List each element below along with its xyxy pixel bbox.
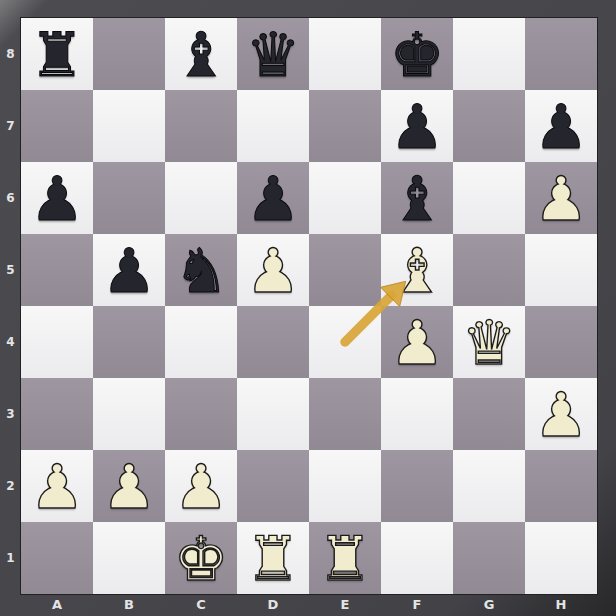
rank-label-2: 2: [0, 450, 21, 522]
black-pawn[interactable]: ♟: [237, 162, 309, 234]
square-f1[interactable]: [381, 522, 453, 594]
square-d1[interactable]: ♜: [237, 522, 309, 594]
rank-label-5: 5: [0, 234, 21, 306]
rank-label-3: 3: [0, 378, 21, 450]
rank-label-7: 7: [0, 90, 21, 162]
square-b6[interactable]: [93, 162, 165, 234]
white-pawn[interactable]: ♟: [525, 162, 597, 234]
square-f7[interactable]: ♟: [381, 90, 453, 162]
square-a7[interactable]: [21, 90, 93, 162]
square-e4[interactable]: [309, 306, 381, 378]
square-f8[interactable]: ♚: [381, 18, 453, 90]
square-b4[interactable]: [93, 306, 165, 378]
file-label-e: E: [309, 595, 381, 616]
square-b2[interactable]: ♟: [93, 450, 165, 522]
square-g5[interactable]: [453, 234, 525, 306]
square-e7[interactable]: [309, 90, 381, 162]
black-pawn[interactable]: ♟: [381, 90, 453, 162]
square-e8[interactable]: [309, 18, 381, 90]
square-d8[interactable]: ♛: [237, 18, 309, 90]
square-h2[interactable]: [525, 450, 597, 522]
white-pawn[interactable]: ♟: [165, 450, 237, 522]
square-a3[interactable]: [21, 378, 93, 450]
square-a8[interactable]: ♜: [21, 18, 93, 90]
square-a1[interactable]: [21, 522, 93, 594]
square-c5[interactable]: ♞: [165, 234, 237, 306]
white-pawn[interactable]: ♟: [237, 234, 309, 306]
square-h3[interactable]: ♟: [525, 378, 597, 450]
file-label-b: B: [93, 595, 165, 616]
square-g4[interactable]: ♛: [453, 306, 525, 378]
square-c2[interactable]: ♟: [165, 450, 237, 522]
file-label-a: A: [21, 595, 93, 616]
file-label-g: G: [453, 595, 525, 616]
square-d4[interactable]: [237, 306, 309, 378]
square-c4[interactable]: [165, 306, 237, 378]
rank-label-4: 4: [0, 306, 21, 378]
square-b3[interactable]: [93, 378, 165, 450]
square-b7[interactable]: [93, 90, 165, 162]
rank-label-6: 6: [0, 162, 21, 234]
square-h4[interactable]: [525, 306, 597, 378]
square-e5[interactable]: [309, 234, 381, 306]
square-f6[interactable]: ♝: [381, 162, 453, 234]
square-a2[interactable]: ♟: [21, 450, 93, 522]
file-label-c: C: [165, 595, 237, 616]
black-pawn[interactable]: ♟: [525, 90, 597, 162]
square-c6[interactable]: [165, 162, 237, 234]
white-king[interactable]: ♚: [165, 522, 237, 594]
square-a5[interactable]: [21, 234, 93, 306]
square-c1[interactable]: ♚: [165, 522, 237, 594]
square-e2[interactable]: [309, 450, 381, 522]
square-d2[interactable]: [237, 450, 309, 522]
white-rook[interactable]: ♜: [309, 522, 381, 594]
square-b1[interactable]: [93, 522, 165, 594]
rank-label-1: 1: [0, 522, 21, 594]
white-pawn[interactable]: ♟: [93, 450, 165, 522]
white-queen[interactable]: ♛: [453, 306, 525, 378]
black-king[interactable]: ♚: [381, 18, 453, 90]
black-pawn[interactable]: ♟: [21, 162, 93, 234]
square-g3[interactable]: [453, 378, 525, 450]
white-bishop[interactable]: ♝: [381, 234, 453, 306]
square-e3[interactable]: [309, 378, 381, 450]
square-g1[interactable]: [453, 522, 525, 594]
black-bishop[interactable]: ♝: [165, 18, 237, 90]
black-bishop[interactable]: ♝: [381, 162, 453, 234]
square-c8[interactable]: ♝: [165, 18, 237, 90]
square-b8[interactable]: [93, 18, 165, 90]
square-h8[interactable]: [525, 18, 597, 90]
square-f3[interactable]: [381, 378, 453, 450]
black-rook[interactable]: ♜: [21, 18, 93, 90]
square-e1[interactable]: ♜: [309, 522, 381, 594]
square-a6[interactable]: ♟: [21, 162, 93, 234]
file-label-d: D: [237, 595, 309, 616]
square-h5[interactable]: [525, 234, 597, 306]
white-pawn[interactable]: ♟: [21, 450, 93, 522]
file-label-f: F: [381, 595, 453, 616]
square-d6[interactable]: ♟: [237, 162, 309, 234]
square-g8[interactable]: [453, 18, 525, 90]
square-h7[interactable]: ♟: [525, 90, 597, 162]
black-queen[interactable]: ♛: [237, 18, 309, 90]
square-g2[interactable]: [453, 450, 525, 522]
square-e6[interactable]: [309, 162, 381, 234]
square-h1[interactable]: [525, 522, 597, 594]
white-pawn[interactable]: ♟: [525, 378, 597, 450]
chess-board-screenshot: ♜♝♛♚♟♟♟♟♝♟♟♞♟♝♟♛♟♟♟♟♚♜♜ 87654321 ABCDEFG…: [0, 0, 616, 616]
file-label-h: H: [525, 595, 597, 616]
white-pawn[interactable]: ♟: [381, 306, 453, 378]
square-f4[interactable]: ♟: [381, 306, 453, 378]
square-d3[interactable]: [237, 378, 309, 450]
square-c7[interactable]: [165, 90, 237, 162]
square-g6[interactable]: [453, 162, 525, 234]
white-rook[interactable]: ♜: [237, 522, 309, 594]
square-f2[interactable]: [381, 450, 453, 522]
square-d7[interactable]: [237, 90, 309, 162]
square-f5[interactable]: ♝: [381, 234, 453, 306]
square-g7[interactable]: [453, 90, 525, 162]
black-knight[interactable]: ♞: [165, 234, 237, 306]
square-b5[interactable]: ♟: [93, 234, 165, 306]
black-pawn[interactable]: ♟: [93, 234, 165, 306]
rank-label-8: 8: [0, 18, 21, 90]
square-d5[interactable]: ♟: [237, 234, 309, 306]
square-a4[interactable]: [21, 306, 93, 378]
chess-board: ♜♝♛♚♟♟♟♟♝♟♟♞♟♝♟♛♟♟♟♟♚♜♜: [21, 18, 597, 594]
square-c3[interactable]: [165, 378, 237, 450]
square-h6[interactable]: ♟: [525, 162, 597, 234]
